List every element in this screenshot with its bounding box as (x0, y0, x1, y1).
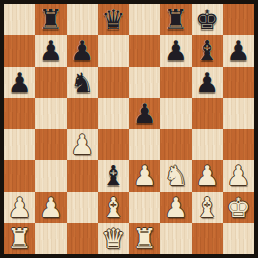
black-pawn-a6: ♟ (8, 67, 32, 98)
black-pawn-h7: ♟ (226, 35, 250, 66)
square-g2[interactable]: ♝ (192, 192, 223, 223)
square-b5[interactable] (35, 98, 66, 129)
square-g6[interactable]: ♟ (192, 67, 223, 98)
white-knight-f3: ♞ (164, 160, 188, 191)
square-f6[interactable] (160, 67, 191, 98)
square-h5[interactable] (223, 98, 254, 129)
square-b2[interactable]: ♟ (35, 192, 66, 223)
square-a3[interactable] (4, 160, 35, 191)
square-e2[interactable] (129, 192, 160, 223)
square-d6[interactable] (98, 67, 129, 98)
square-b4[interactable] (35, 129, 66, 160)
square-h7[interactable]: ♟ (223, 35, 254, 66)
square-f5[interactable] (160, 98, 191, 129)
square-a1[interactable]: ♜ (4, 223, 35, 254)
white-pawn-e3: ♟ (133, 160, 157, 191)
square-a8[interactable] (4, 4, 35, 35)
chess-board: ♜♛♜♚♟♟♟♝♟♟♞♟♟♟♝♟♞♟♟♟♟♝♟♝♚♜♛♜ (0, 0, 258, 258)
square-a4[interactable] (4, 129, 35, 160)
black-pawn-c7: ♟ (70, 35, 94, 66)
white-queen-d1: ♛ (101, 223, 125, 254)
square-a7[interactable] (4, 35, 35, 66)
square-b1[interactable] (35, 223, 66, 254)
white-pawn-c4: ♟ (70, 129, 94, 160)
square-c4[interactable]: ♟ (67, 129, 98, 160)
square-c6[interactable]: ♞ (67, 67, 98, 98)
square-e1[interactable]: ♜ (129, 223, 160, 254)
black-bishop-d3: ♝ (101, 160, 125, 191)
square-g8[interactable]: ♚ (192, 4, 223, 35)
square-a2[interactable]: ♟ (4, 192, 35, 223)
square-a5[interactable] (4, 98, 35, 129)
square-b3[interactable] (35, 160, 66, 191)
square-e3[interactable]: ♟ (129, 160, 160, 191)
white-pawn-g3: ♟ (195, 160, 219, 191)
square-a6[interactable]: ♟ (4, 67, 35, 98)
square-d8[interactable]: ♛ (98, 4, 129, 35)
square-e6[interactable] (129, 67, 160, 98)
square-h1[interactable] (223, 223, 254, 254)
square-f1[interactable] (160, 223, 191, 254)
square-f3[interactable]: ♞ (160, 160, 191, 191)
square-g1[interactable] (192, 223, 223, 254)
board-grid: ♜♛♜♚♟♟♟♝♟♟♞♟♟♟♝♟♞♟♟♟♟♝♟♝♚♜♛♜ (4, 4, 254, 254)
square-g7[interactable]: ♝ (192, 35, 223, 66)
square-c2[interactable] (67, 192, 98, 223)
square-e8[interactable] (129, 4, 160, 35)
square-b7[interactable]: ♟ (35, 35, 66, 66)
white-rook-e1: ♜ (133, 223, 157, 254)
black-bishop-g7: ♝ (195, 35, 219, 66)
black-pawn-f7: ♟ (164, 35, 188, 66)
square-b8[interactable]: ♜ (35, 4, 66, 35)
square-h8[interactable] (223, 4, 254, 35)
black-king-g8: ♚ (195, 4, 219, 35)
square-f2[interactable]: ♟ (160, 192, 191, 223)
black-pawn-b7: ♟ (39, 35, 63, 66)
white-pawn-f2: ♟ (164, 192, 188, 223)
square-d5[interactable] (98, 98, 129, 129)
white-rook-a1: ♜ (8, 223, 32, 254)
white-pawn-b2: ♟ (39, 192, 63, 223)
square-f8[interactable]: ♜ (160, 4, 191, 35)
square-d7[interactable] (98, 35, 129, 66)
black-knight-c6: ♞ (70, 67, 94, 98)
white-pawn-a2: ♟ (8, 192, 32, 223)
square-h6[interactable] (223, 67, 254, 98)
square-c3[interactable] (67, 160, 98, 191)
square-f7[interactable]: ♟ (160, 35, 191, 66)
square-d2[interactable]: ♝ (98, 192, 129, 223)
square-g3[interactable]: ♟ (192, 160, 223, 191)
black-rook-b8: ♜ (39, 4, 63, 35)
square-e5[interactable]: ♟ (129, 98, 160, 129)
square-f4[interactable] (160, 129, 191, 160)
white-pawn-h3: ♟ (226, 160, 250, 191)
square-c8[interactable] (67, 4, 98, 35)
square-d4[interactable] (98, 129, 129, 160)
square-g4[interactable] (192, 129, 223, 160)
square-b6[interactable] (35, 67, 66, 98)
black-pawn-g6: ♟ (195, 67, 219, 98)
square-h4[interactable] (223, 129, 254, 160)
black-rook-f8: ♜ (164, 4, 188, 35)
white-bishop-d2: ♝ (101, 192, 125, 223)
black-pawn-e5: ♟ (133, 98, 157, 129)
square-c1[interactable] (67, 223, 98, 254)
square-h2[interactable]: ♚ (223, 192, 254, 223)
square-e7[interactable] (129, 35, 160, 66)
square-c5[interactable] (67, 98, 98, 129)
square-c7[interactable]: ♟ (67, 35, 98, 66)
black-queen-d8: ♛ (101, 4, 125, 35)
square-d1[interactable]: ♛ (98, 223, 129, 254)
square-d3[interactable]: ♝ (98, 160, 129, 191)
square-h3[interactable]: ♟ (223, 160, 254, 191)
white-bishop-g2: ♝ (195, 192, 219, 223)
white-king-h2: ♚ (226, 192, 250, 223)
square-g5[interactable] (192, 98, 223, 129)
square-e4[interactable] (129, 129, 160, 160)
